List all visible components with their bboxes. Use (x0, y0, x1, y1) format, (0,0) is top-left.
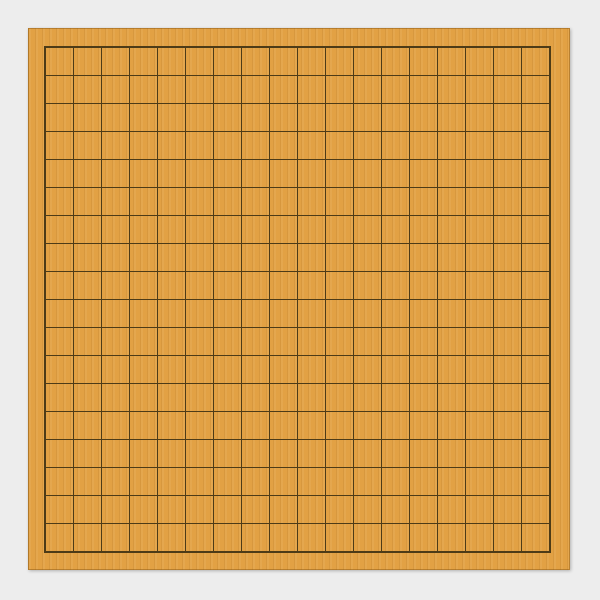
board-grid (45, 47, 550, 552)
go-board-screenshot (0, 0, 600, 600)
go-board[interactable] (28, 28, 570, 570)
